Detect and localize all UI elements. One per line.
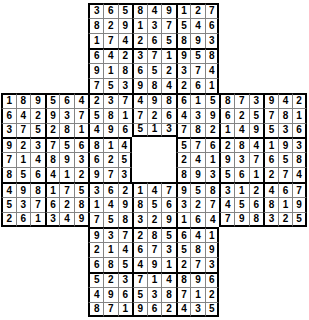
cell-r15-c6: 9 — [74, 212, 89, 227]
cell-r14-c9: 9 — [118, 197, 133, 212]
cell-r8-c13: 4 — [176, 108, 191, 123]
empty-region — [292, 78, 307, 93]
empty-region — [263, 63, 278, 78]
cell-r9-c1: 3 — [1, 123, 16, 138]
cell-r7-c20: 4 — [278, 93, 293, 108]
empty-region — [1, 242, 16, 257]
cell-r8-c5: 3 — [59, 108, 74, 123]
cell-r19-c12: 4 — [161, 272, 176, 287]
empty-region — [147, 137, 162, 152]
cell-r7-c19: 9 — [263, 93, 278, 108]
cell-r21-c7: 8 — [88, 302, 103, 317]
cell-r12-c7: 9 — [88, 167, 103, 182]
cell-r6-c14: 6 — [190, 78, 205, 93]
empty-region — [45, 78, 60, 93]
empty-region — [45, 63, 60, 78]
cell-r13-c2: 9 — [16, 182, 31, 197]
cell-r14-c21: 9 — [292, 197, 307, 212]
empty-region — [74, 287, 89, 302]
empty-region — [30, 302, 45, 317]
cell-r4-c11: 7 — [147, 48, 162, 63]
cell-r15-c1: 2 — [1, 212, 16, 227]
cell-r11-c8: 2 — [103, 152, 118, 167]
cell-r9-c4: 2 — [45, 123, 60, 138]
cell-r17-c14: 8 — [190, 242, 205, 257]
empty-region — [219, 227, 234, 242]
empty-region — [263, 257, 278, 272]
cell-r2-c12: 7 — [161, 18, 176, 33]
cell-r15-c20: 2 — [278, 212, 293, 227]
cell-r8-c12: 6 — [161, 108, 176, 123]
cell-r7-c13: 6 — [176, 93, 191, 108]
cell-r11-c4: 8 — [45, 152, 60, 167]
cell-r1-c14: 2 — [190, 3, 205, 18]
empty-region — [278, 227, 293, 242]
cell-r2-c9: 9 — [118, 18, 133, 33]
cell-r11-c7: 6 — [88, 152, 103, 167]
empty-region — [249, 3, 264, 18]
cell-r9-c10: 5 — [132, 123, 147, 138]
cell-r11-c15: 1 — [205, 152, 220, 167]
cell-r9-c14: 8 — [190, 123, 205, 138]
cell-r15-c3: 1 — [30, 212, 45, 227]
cell-r7-c10: 4 — [132, 93, 147, 108]
empty-region — [16, 63, 31, 78]
cell-r2-c8: 2 — [103, 18, 118, 33]
cell-r20-c9: 6 — [118, 287, 133, 302]
cell-r9-c13: 7 — [176, 123, 191, 138]
empty-region — [234, 272, 249, 287]
cell-r2-c10: 1 — [132, 18, 147, 33]
cell-r14-c17: 5 — [234, 197, 249, 212]
cell-r7-c11: 9 — [147, 93, 162, 108]
empty-region — [74, 242, 89, 257]
cell-r15-c14: 6 — [190, 212, 205, 227]
cell-r5-c8: 1 — [103, 63, 118, 78]
cell-r19-c14: 9 — [190, 272, 205, 287]
empty-region — [1, 287, 16, 302]
cell-r5-c9: 8 — [118, 63, 133, 78]
cell-r16-c11: 8 — [147, 227, 162, 242]
cell-r16-c13: 6 — [176, 227, 191, 242]
empty-region — [45, 257, 60, 272]
cell-r17-c11: 7 — [147, 242, 162, 257]
cell-r11-c19: 6 — [263, 152, 278, 167]
cell-r4-c15: 8 — [205, 48, 220, 63]
empty-region — [1, 227, 16, 242]
cell-r16-c9: 7 — [118, 227, 133, 242]
cell-r8-c18: 5 — [249, 108, 264, 123]
cell-r5-c15: 4 — [205, 63, 220, 78]
cell-r8-c21: 1 — [292, 108, 307, 123]
cell-r6-c12: 4 — [161, 78, 176, 93]
empty-region — [1, 18, 16, 33]
cell-r14-c11: 5 — [147, 197, 162, 212]
cell-r13-c12: 7 — [161, 182, 176, 197]
cell-r3-c9: 4 — [118, 33, 133, 48]
cell-r10-c2: 2 — [16, 137, 31, 152]
empty-region — [249, 48, 264, 63]
cell-r1-c13: 1 — [176, 3, 191, 18]
cell-r17-c15: 9 — [205, 242, 220, 257]
cell-r18-c14: 7 — [190, 257, 205, 272]
empty-region — [45, 242, 60, 257]
empty-region — [16, 257, 31, 272]
cell-r15-c8: 5 — [103, 212, 118, 227]
cell-r3-c10: 2 — [132, 33, 147, 48]
cell-r19-c11: 1 — [147, 272, 162, 287]
cell-r16-c15: 1 — [205, 227, 220, 242]
cell-r13-c14: 5 — [190, 182, 205, 197]
empty-region — [249, 18, 264, 33]
empty-region — [16, 287, 31, 302]
cell-r5-c10: 6 — [132, 63, 147, 78]
cell-r10-c16: 2 — [219, 137, 234, 152]
cell-r1-c7: 3 — [88, 3, 103, 18]
cell-r8-c7: 5 — [88, 108, 103, 123]
cell-r18-c9: 5 — [118, 257, 133, 272]
cell-r21-c12: 2 — [161, 302, 176, 317]
empty-region — [278, 48, 293, 63]
cell-r9-c7: 4 — [88, 123, 103, 138]
empty-region — [219, 302, 234, 317]
cell-r7-c1: 1 — [1, 93, 16, 108]
empty-region — [234, 3, 249, 18]
cell-r7-c8: 3 — [103, 93, 118, 108]
cell-r9-c17: 4 — [234, 123, 249, 138]
cell-r8-c15: 9 — [205, 108, 220, 123]
cell-r10-c18: 4 — [249, 137, 264, 152]
cell-r13-c13: 9 — [176, 182, 191, 197]
empty-region — [74, 63, 89, 78]
cell-r11-c20: 5 — [278, 152, 293, 167]
empty-region — [292, 272, 307, 287]
empty-region — [30, 287, 45, 302]
empty-region — [16, 242, 31, 257]
empty-region — [74, 3, 89, 18]
empty-region — [219, 18, 234, 33]
cell-r7-c14: 1 — [190, 93, 205, 108]
cell-r21-c9: 1 — [118, 302, 133, 317]
cell-r13-c17: 1 — [234, 182, 249, 197]
cell-r8-c19: 7 — [263, 108, 278, 123]
empty-region — [234, 287, 249, 302]
empty-region — [249, 257, 264, 272]
cell-r8-c1: 6 — [1, 108, 16, 123]
empty-region — [74, 18, 89, 33]
empty-region — [59, 48, 74, 63]
cell-r4-c7: 6 — [88, 48, 103, 63]
cell-r20-c10: 5 — [132, 287, 147, 302]
cell-r7-c12: 8 — [161, 93, 176, 108]
empty-region — [292, 18, 307, 33]
cell-r10-c7: 8 — [88, 137, 103, 152]
empty-region — [278, 3, 293, 18]
cell-r12-c8: 7 — [103, 167, 118, 182]
empty-region — [147, 167, 162, 182]
empty-region — [234, 227, 249, 242]
empty-region — [45, 272, 60, 287]
empty-region — [278, 78, 293, 93]
empty-region — [278, 272, 293, 287]
cell-r12-c6: 2 — [74, 167, 89, 182]
empty-region — [1, 63, 16, 78]
empty-region — [219, 78, 234, 93]
cell-r10-c9: 4 — [118, 137, 133, 152]
cell-r15-c7: 7 — [88, 212, 103, 227]
empty-region — [219, 3, 234, 18]
empty-region — [263, 272, 278, 287]
empty-region — [16, 302, 31, 317]
empty-region — [292, 63, 307, 78]
cell-r1-c12: 9 — [161, 3, 176, 18]
cell-r2-c7: 8 — [88, 18, 103, 33]
empty-region — [234, 48, 249, 63]
cell-r13-c21: 7 — [292, 182, 307, 197]
cell-r13-c9: 2 — [118, 182, 133, 197]
empty-region — [292, 257, 307, 272]
empty-region — [1, 272, 16, 287]
cell-r10-c8: 1 — [103, 137, 118, 152]
cell-r15-c13: 1 — [176, 212, 191, 227]
cell-r7-c5: 6 — [59, 93, 74, 108]
empty-region — [74, 272, 89, 287]
cell-r15-c16: 7 — [219, 212, 234, 227]
cell-r15-c2: 6 — [16, 212, 31, 227]
empty-region — [30, 257, 45, 272]
cell-r10-c1: 9 — [1, 137, 16, 152]
cell-r7-c15: 5 — [205, 93, 220, 108]
cell-r14-c6: 8 — [74, 197, 89, 212]
cell-r9-c8: 9 — [103, 123, 118, 138]
empty-region — [292, 287, 307, 302]
empty-region — [234, 78, 249, 93]
cell-r6-c10: 9 — [132, 78, 147, 93]
empty-region — [249, 33, 264, 48]
cell-r20-c11: 3 — [147, 287, 162, 302]
cell-r12-c17: 6 — [234, 167, 249, 182]
empty-region — [74, 48, 89, 63]
cell-r13-c15: 8 — [205, 182, 220, 197]
cell-r2-c14: 4 — [190, 18, 205, 33]
empty-region — [234, 33, 249, 48]
cell-r7-c6: 4 — [74, 93, 89, 108]
cell-r2-c11: 3 — [147, 18, 162, 33]
empty-region — [59, 242, 74, 257]
cell-r12-c18: 1 — [249, 167, 264, 182]
empty-region — [278, 63, 293, 78]
cell-r19-c15: 6 — [205, 272, 220, 287]
cell-r2-c13: 5 — [176, 18, 191, 33]
cell-r3-c15: 3 — [205, 33, 220, 48]
cell-r11-c13: 2 — [176, 152, 191, 167]
cell-r13-c3: 8 — [30, 182, 45, 197]
cell-r11-c6: 3 — [74, 152, 89, 167]
empty-region — [59, 33, 74, 48]
samurai-sudoku-board: 3658491278291375461742658936423719589186… — [1, 3, 307, 317]
empty-region — [74, 302, 89, 317]
cell-r8-c16: 6 — [219, 108, 234, 123]
empty-region — [263, 3, 278, 18]
cell-r14-c5: 2 — [59, 197, 74, 212]
cell-r12-c19: 2 — [263, 167, 278, 182]
cell-r8-c17: 2 — [234, 108, 249, 123]
empty-region — [249, 242, 264, 257]
cell-r14-c14: 2 — [190, 197, 205, 212]
empty-region — [1, 3, 16, 18]
cell-r7-c17: 7 — [234, 93, 249, 108]
cell-r10-c3: 3 — [30, 137, 45, 152]
cell-r8-c6: 7 — [74, 108, 89, 123]
cell-r8-c11: 2 — [147, 108, 162, 123]
cell-r3-c14: 9 — [190, 33, 205, 48]
empty-region — [1, 78, 16, 93]
cell-r14-c16: 4 — [219, 197, 234, 212]
empty-region — [16, 78, 31, 93]
empty-region — [30, 33, 45, 48]
cell-r19-c8: 2 — [103, 272, 118, 287]
cell-r6-c7: 7 — [88, 78, 103, 93]
cell-r15-c11: 2 — [147, 212, 162, 227]
cell-r13-c8: 6 — [103, 182, 118, 197]
cell-r21-c14: 3 — [190, 302, 205, 317]
cell-r5-c14: 7 — [190, 63, 205, 78]
cell-r21-c15: 5 — [205, 302, 220, 317]
cell-r19-c10: 7 — [132, 272, 147, 287]
cell-r5-c13: 3 — [176, 63, 191, 78]
empty-region — [292, 3, 307, 18]
empty-region — [249, 78, 264, 93]
cell-r13-c6: 5 — [74, 182, 89, 197]
cell-r17-c7: 2 — [88, 242, 103, 257]
cell-r1-c15: 7 — [205, 3, 220, 18]
cell-r15-c9: 8 — [118, 212, 133, 227]
empty-region — [30, 272, 45, 287]
cell-r9-c11: 1 — [147, 123, 162, 138]
cell-r12-c13: 8 — [176, 167, 191, 182]
cell-r9-c5: 8 — [59, 123, 74, 138]
empty-region — [219, 287, 234, 302]
cell-r18-c7: 6 — [88, 257, 103, 272]
cell-r11-c21: 8 — [292, 152, 307, 167]
cell-r13-c19: 4 — [263, 182, 278, 197]
empty-region — [161, 137, 176, 152]
cell-r12-c9: 3 — [118, 167, 133, 182]
cell-r7-c9: 7 — [118, 93, 133, 108]
cell-r12-c4: 4 — [45, 167, 60, 182]
empty-region — [249, 302, 264, 317]
cell-r12-c3: 6 — [30, 167, 45, 182]
cell-r8-c3: 2 — [30, 108, 45, 123]
cell-r10-c14: 7 — [190, 137, 205, 152]
cell-r9-c21: 6 — [292, 123, 307, 138]
cell-r11-c1: 7 — [1, 152, 16, 167]
cell-r13-c4: 1 — [45, 182, 60, 197]
empty-region — [292, 33, 307, 48]
cell-r13-c10: 1 — [132, 182, 147, 197]
empty-region — [234, 302, 249, 317]
cell-r3-c13: 8 — [176, 33, 191, 48]
empty-region — [263, 18, 278, 33]
cell-r1-c9: 5 — [118, 3, 133, 18]
cell-r7-c4: 5 — [45, 93, 60, 108]
cell-r15-c18: 8 — [249, 212, 264, 227]
cell-r16-c14: 4 — [190, 227, 205, 242]
cell-r4-c13: 9 — [176, 48, 191, 63]
cell-r18-c10: 4 — [132, 257, 147, 272]
empty-region — [30, 63, 45, 78]
cell-r9-c15: 2 — [205, 123, 220, 138]
cell-r14-c8: 4 — [103, 197, 118, 212]
empty-region — [59, 272, 74, 287]
cell-r6-c15: 1 — [205, 78, 220, 93]
cell-r18-c12: 1 — [161, 257, 176, 272]
cell-r14-c7: 1 — [88, 197, 103, 212]
cell-r9-c6: 1 — [74, 123, 89, 138]
empty-region — [219, 48, 234, 63]
cell-r3-c11: 6 — [147, 33, 162, 48]
cell-r5-c12: 2 — [161, 63, 176, 78]
cell-r14-c1: 5 — [1, 197, 16, 212]
cell-r11-c14: 4 — [190, 152, 205, 167]
cell-r1-c10: 8 — [132, 3, 147, 18]
cell-r9-c2: 7 — [16, 123, 31, 138]
cell-r14-c15: 7 — [205, 197, 220, 212]
empty-region — [74, 257, 89, 272]
empty-region — [59, 227, 74, 242]
empty-region — [59, 18, 74, 33]
cell-r7-c7: 2 — [88, 93, 103, 108]
cell-r11-c3: 4 — [30, 152, 45, 167]
cell-r20-c14: 1 — [190, 287, 205, 302]
cell-r4-c14: 5 — [190, 48, 205, 63]
cell-r20-c15: 2 — [205, 287, 220, 302]
cell-r7-c2: 8 — [16, 93, 31, 108]
cell-r10-c4: 7 — [45, 137, 60, 152]
empty-region — [45, 227, 60, 242]
cell-r6-c8: 5 — [103, 78, 118, 93]
cell-r1-c11: 4 — [147, 3, 162, 18]
cell-r20-c12: 8 — [161, 287, 176, 302]
empty-region — [292, 302, 307, 317]
empty-region — [59, 287, 74, 302]
empty-region — [161, 167, 176, 182]
cell-r15-c4: 3 — [45, 212, 60, 227]
empty-region — [249, 63, 264, 78]
empty-region — [1, 48, 16, 63]
cell-r17-c10: 6 — [132, 242, 147, 257]
cell-r14-c19: 8 — [263, 197, 278, 212]
cell-r16-c8: 3 — [103, 227, 118, 242]
empty-region — [219, 272, 234, 287]
empty-region — [263, 33, 278, 48]
empty-region — [263, 48, 278, 63]
cell-r12-c2: 5 — [16, 167, 31, 182]
cell-r16-c7: 9 — [88, 227, 103, 242]
empty-region — [249, 227, 264, 242]
cell-r13-c7: 3 — [88, 182, 103, 197]
empty-region — [30, 3, 45, 18]
cell-r17-c8: 1 — [103, 242, 118, 257]
cell-r8-c9: 1 — [118, 108, 133, 123]
empty-region — [16, 18, 31, 33]
cell-r15-c19: 3 — [263, 212, 278, 227]
cell-r18-c8: 8 — [103, 257, 118, 272]
empty-region — [219, 33, 234, 48]
cell-r2-c15: 6 — [205, 18, 220, 33]
cell-r15-c15: 4 — [205, 212, 220, 227]
cell-r14-c3: 7 — [30, 197, 45, 212]
